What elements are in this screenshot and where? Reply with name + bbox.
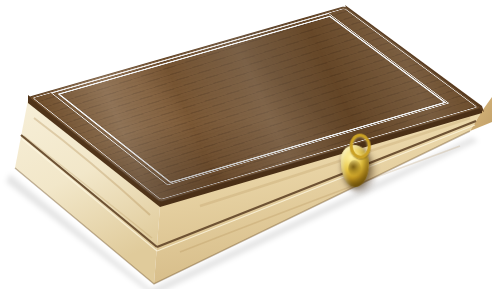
brass-clasp: [330, 132, 382, 195]
chess-box-photo: [0, 0, 500, 289]
